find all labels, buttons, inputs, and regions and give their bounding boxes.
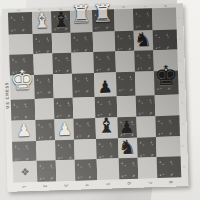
square[interactable] bbox=[134, 50, 154, 71]
square[interactable] bbox=[53, 74, 73, 99]
square[interactable] bbox=[54, 98, 74, 119]
coord-label: 1 bbox=[16, 0, 21, 21]
white-pawn-glyph: ♟ bbox=[57, 122, 73, 138]
square[interactable] bbox=[9, 34, 34, 55]
square[interactable] bbox=[115, 72, 135, 97]
white-pawn-glyph: ♟ bbox=[16, 123, 32, 139]
photo-background: 12345678 US CHESS abcdefgh ❖ ♝♝♜♜♞♚♟♚♟♟♝… bbox=[0, 0, 200, 200]
coord-label: 8 bbox=[163, 0, 168, 16]
coord-label: 8 bbox=[166, 172, 176, 193]
board-grid: ❖ ♝♝♜♜♞♚♟♚♟♟♝♟♞ bbox=[8, 7, 181, 182]
black-bishop-glyph: ♝ bbox=[51, 10, 70, 29]
square[interactable] bbox=[73, 97, 95, 118]
coord-label: f bbox=[172, 120, 193, 128]
black-knight[interactable]: ♞ bbox=[118, 137, 138, 158]
black-pawn[interactable]: ♟ bbox=[94, 72, 116, 97]
square[interactable] bbox=[137, 137, 157, 158]
square[interactable] bbox=[116, 96, 136, 117]
white-bishop[interactable]: ♝ bbox=[32, 11, 52, 33]
white-king-glyph: ♚ bbox=[10, 68, 35, 93]
square[interactable] bbox=[136, 116, 156, 137]
square[interactable] bbox=[36, 119, 56, 140]
coord-label: h bbox=[174, 163, 195, 171]
square[interactable] bbox=[135, 95, 155, 116]
black-knight[interactable]: ♞ bbox=[133, 30, 153, 51]
square[interactable] bbox=[52, 32, 72, 53]
black-king-glyph: ♚ bbox=[153, 63, 178, 88]
white-bishop-glyph: ♝ bbox=[32, 11, 51, 30]
coord-label: e bbox=[172, 99, 193, 107]
black-pawn-glyph: ♟ bbox=[97, 79, 113, 95]
us-chess-crest-icon: ❖ bbox=[13, 161, 38, 182]
square[interactable] bbox=[35, 99, 55, 120]
square[interactable] bbox=[11, 99, 36, 120]
coord-label: 2 bbox=[40, 175, 50, 196]
square[interactable] bbox=[72, 52, 94, 73]
coord-label: 3 bbox=[61, 175, 71, 196]
black-bishop[interactable]: ♝ bbox=[51, 11, 71, 33]
white-rook-glyph: ♜ bbox=[92, 3, 114, 25]
white-rook[interactable]: ♜ bbox=[92, 9, 114, 31]
coord-label: a bbox=[169, 14, 190, 22]
coord-label: g bbox=[173, 142, 194, 150]
white-king[interactable]: ♚ bbox=[10, 75, 35, 100]
square[interactable] bbox=[55, 139, 75, 160]
square[interactable] bbox=[114, 30, 134, 51]
chess-board: 12345678 US CHESS abcdefgh ❖ ♝♝♜♜♞♚♟♚♟♟♝… bbox=[2, 3, 189, 192]
white-rook[interactable]: ♜ bbox=[70, 10, 92, 32]
black-king[interactable]: ♚ bbox=[154, 70, 179, 95]
square[interactable] bbox=[74, 118, 96, 139]
coord-label: 6 bbox=[121, 0, 126, 18]
coord-label: b bbox=[170, 35, 191, 43]
square[interactable] bbox=[34, 74, 54, 99]
square[interactable] bbox=[93, 31, 115, 52]
black-pawn-glyph: ♟ bbox=[119, 120, 135, 136]
coord-label: 6 bbox=[124, 173, 134, 194]
white-pawn[interactable]: ♟ bbox=[55, 119, 75, 140]
coord-label: 7 bbox=[142, 0, 147, 17]
square[interactable] bbox=[72, 73, 94, 98]
coord-label: 7 bbox=[145, 172, 155, 193]
black-bishop[interactable]: ♝ bbox=[95, 117, 117, 138]
square[interactable] bbox=[53, 53, 73, 74]
square[interactable] bbox=[71, 32, 93, 53]
square[interactable] bbox=[115, 51, 135, 72]
square[interactable] bbox=[93, 52, 115, 73]
square[interactable] bbox=[34, 54, 54, 75]
coord-label: 5 bbox=[103, 174, 113, 195]
white-rook-glyph: ♜ bbox=[70, 4, 92, 26]
white-pawn[interactable]: ♟ bbox=[11, 120, 36, 141]
black-bishop-glyph: ♝ bbox=[97, 116, 116, 135]
square[interactable] bbox=[36, 140, 56, 161]
square[interactable] bbox=[12, 141, 37, 162]
square[interactable] bbox=[74, 139, 96, 160]
square[interactable] bbox=[135, 71, 155, 96]
square[interactable] bbox=[33, 33, 53, 54]
coord-label: 4 bbox=[82, 174, 92, 195]
black-knight-glyph: ♞ bbox=[134, 30, 152, 49]
black-knight-glyph: ♞ bbox=[118, 138, 136, 157]
square[interactable] bbox=[96, 138, 118, 159]
